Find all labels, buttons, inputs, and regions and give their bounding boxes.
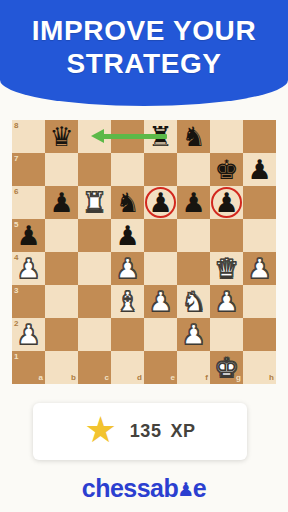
black-knight: ♞: [111, 186, 144, 219]
white-pawn: ♟: [144, 285, 177, 318]
square-d1[interactable]: d: [111, 351, 144, 384]
highlight-circle: [211, 187, 242, 218]
square-h5[interactable]: [243, 219, 276, 252]
square-b6[interactable]: ♟: [45, 186, 78, 219]
white-pawn: ♟: [243, 252, 276, 285]
square-f4[interactable]: [177, 252, 210, 285]
square-h6[interactable]: [243, 186, 276, 219]
square-c7[interactable]: [78, 153, 111, 186]
square-e6[interactable]: ♟: [144, 186, 177, 219]
square-g7[interactable]: ♚: [210, 153, 243, 186]
rank-label: 2: [14, 320, 18, 328]
square-a3[interactable]: 3: [12, 285, 45, 318]
white-knight: ♞: [177, 285, 210, 318]
square-h1[interactable]: h: [243, 351, 276, 384]
black-king: ♚: [210, 153, 243, 186]
square-e7[interactable]: [144, 153, 177, 186]
square-d4[interactable]: ♟: [111, 252, 144, 285]
square-g5[interactable]: [210, 219, 243, 252]
star-icon: ★: [85, 412, 117, 448]
square-f2[interactable]: ♟: [177, 318, 210, 351]
square-c5[interactable]: [78, 219, 111, 252]
xp-value: 135: [130, 421, 162, 442]
square-a8[interactable]: 8: [12, 120, 45, 153]
black-pawn: ♟: [177, 186, 210, 219]
square-b5[interactable]: [45, 219, 78, 252]
rank-label: 6: [14, 188, 18, 196]
rank-label: 8: [14, 122, 18, 130]
square-a2[interactable]: 2♟: [12, 318, 45, 351]
chess-board[interactable]: 8♛♜♞7♚♟6♟♜♞♟♟♟5♟♟4♟♟♛♟3♝♟♞♟2♟♟1abcdefg♚h: [12, 120, 276, 384]
square-f7[interactable]: [177, 153, 210, 186]
square-f5[interactable]: [177, 219, 210, 252]
square-d7[interactable]: [111, 153, 144, 186]
square-b8[interactable]: ♛: [45, 120, 78, 153]
file-label: f: [205, 374, 208, 382]
app-screen: IMPROVE YOUR STRATEGY 8♛♜♞7♚♟6♟♜♞♟♟♟5♟♟4…: [0, 0, 288, 512]
square-e2[interactable]: [144, 318, 177, 351]
square-b3[interactable]: [45, 285, 78, 318]
black-pawn: ♟: [111, 219, 144, 252]
square-d3[interactable]: ♝: [111, 285, 144, 318]
rank-label: 7: [14, 155, 18, 163]
white-rook: ♜: [78, 186, 111, 219]
highlight-circle: [145, 187, 176, 218]
rank-label: 3: [14, 287, 18, 295]
logo-text-post: e: [193, 474, 206, 502]
square-f8[interactable]: ♞: [177, 120, 210, 153]
chessable-logo: chessab♟e: [0, 474, 288, 503]
square-a4[interactable]: 4♟: [12, 252, 45, 285]
promo-title-line2: STRATEGY: [0, 47, 288, 80]
square-a1[interactable]: 1a: [12, 351, 45, 384]
square-h4[interactable]: ♟: [243, 252, 276, 285]
square-d2[interactable]: [111, 318, 144, 351]
square-e5[interactable]: [144, 219, 177, 252]
square-f6[interactable]: ♟: [177, 186, 210, 219]
pawn-icon: ♟: [177, 478, 194, 500]
xp-unit: XP: [170, 421, 195, 442]
square-e3[interactable]: ♟: [144, 285, 177, 318]
white-pawn: ♟: [210, 285, 243, 318]
square-e4[interactable]: [144, 252, 177, 285]
square-c1[interactable]: c: [78, 351, 111, 384]
black-queen: ♛: [45, 120, 78, 153]
square-c4[interactable]: [78, 252, 111, 285]
black-pawn: ♟: [243, 153, 276, 186]
move-arrow-line: [103, 134, 167, 139]
white-bishop: ♝: [111, 285, 144, 318]
file-label: a: [39, 374, 43, 382]
square-b4[interactable]: [45, 252, 78, 285]
square-a5[interactable]: 5♟: [12, 219, 45, 252]
square-b1[interactable]: b: [45, 351, 78, 384]
rank-label: 5: [14, 221, 18, 229]
square-b2[interactable]: [45, 318, 78, 351]
file-label: b: [71, 374, 76, 382]
file-label: c: [105, 374, 109, 382]
rank-label: 4: [14, 254, 18, 262]
square-g3[interactable]: ♟: [210, 285, 243, 318]
square-g1[interactable]: g♚: [210, 351, 243, 384]
logo-text-pre: chessab: [82, 474, 179, 502]
square-c6[interactable]: ♜: [78, 186, 111, 219]
square-c3[interactable]: [78, 285, 111, 318]
file-label: e: [171, 374, 175, 382]
square-a7[interactable]: 7: [12, 153, 45, 186]
white-pawn: ♟: [111, 252, 144, 285]
square-g6[interactable]: ♟: [210, 186, 243, 219]
file-label: d: [137, 374, 142, 382]
square-h7[interactable]: ♟: [243, 153, 276, 186]
xp-card: ★ 135 XP: [33, 403, 247, 460]
square-d5[interactable]: ♟: [111, 219, 144, 252]
promo-title-line1: IMPROVE YOUR: [0, 0, 288, 47]
white-pawn: ♟: [177, 318, 210, 351]
square-g2[interactable]: [210, 318, 243, 351]
square-d6[interactable]: ♞: [111, 186, 144, 219]
square-h2[interactable]: [243, 318, 276, 351]
square-f3[interactable]: ♞: [177, 285, 210, 318]
square-h3[interactable]: [243, 285, 276, 318]
square-a6[interactable]: 6: [12, 186, 45, 219]
move-arrow-head: [91, 129, 104, 143]
square-b7[interactable]: [45, 153, 78, 186]
square-g4[interactable]: ♛: [210, 252, 243, 285]
black-pawn: ♟: [45, 186, 78, 219]
square-h8[interactable]: [243, 120, 276, 153]
rank-label: 1: [14, 353, 18, 361]
square-f1[interactable]: f: [177, 351, 210, 384]
square-g8[interactable]: [210, 120, 243, 153]
file-label: g: [236, 374, 241, 382]
square-e1[interactable]: e: [144, 351, 177, 384]
promo-banner: IMPROVE YOUR STRATEGY: [0, 0, 288, 106]
file-label: h: [269, 374, 274, 382]
square-c2[interactable]: [78, 318, 111, 351]
black-knight: ♞: [177, 120, 210, 153]
white-queen: ♛: [210, 252, 243, 285]
